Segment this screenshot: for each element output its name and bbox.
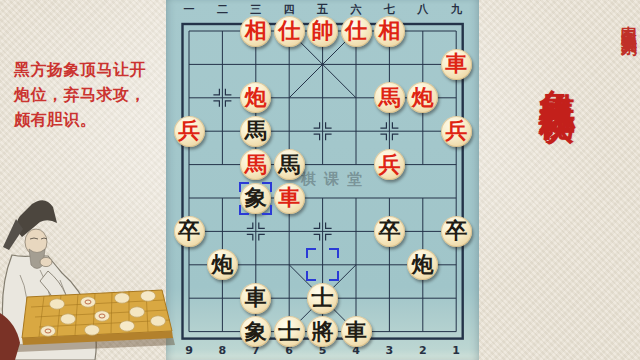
file-label-top: 五 [313,2,333,17]
file-label-bottom: 3 [379,344,399,357]
main-title: 象棋速胜秘诀 [536,60,578,310]
move-to-marker [239,182,272,215]
file-label-top: 九 [446,2,466,17]
file-label-bottom: 9 [179,344,199,357]
red-horse[interactable]: 馬 [240,149,271,180]
series-title: 中国象棋宝典系列 [619,13,639,173]
sage-illustration [0,185,180,360]
black-horse[interactable]: 馬 [240,116,271,147]
black-king[interactable]: 將 [307,316,338,347]
red-cannon[interactable]: 炮 [407,82,438,113]
black-advisor[interactable]: 士 [274,316,305,347]
red-pawn[interactable]: 兵 [174,116,205,147]
red-advisor[interactable]: 仕 [341,16,372,47]
black-pawn[interactable]: 卒 [174,216,205,247]
red-elephant[interactable]: 相 [240,16,271,47]
commentary-text: 黑方扬象顶马让开炮位，弃马求攻，颇有胆识。 [14,57,148,132]
black-rook[interactable]: 車 [240,283,271,314]
file-label-top: 一 [179,2,199,17]
black-cannon[interactable]: 炮 [407,249,438,280]
red-king[interactable]: 帥 [307,16,338,47]
file-label-bottom: 8 [212,344,232,357]
red-rook[interactable]: 車 [441,49,472,80]
red-elephant[interactable]: 相 [374,16,405,47]
file-label-top: 七 [379,2,399,17]
move-from-marker [306,248,339,281]
red-cannon[interactable]: 炮 [240,82,271,113]
file-label-top: 四 [279,2,299,17]
red-advisor[interactable]: 仕 [274,16,305,47]
black-advisor[interactable]: 士 [307,283,338,314]
file-label-bottom: 2 [413,344,433,357]
watermark-text: 棋课堂 [301,170,370,189]
red-rook[interactable]: 車 [274,183,305,214]
red-horse[interactable]: 馬 [374,82,405,113]
file-label-top: 六 [346,2,366,17]
black-rook[interactable]: 車 [341,316,372,347]
black-pawn[interactable]: 卒 [441,216,472,247]
black-cannon[interactable]: 炮 [207,249,238,280]
red-pawn[interactable]: 兵 [441,116,472,147]
file-label-top: 二 [212,2,232,17]
black-pawn[interactable]: 卒 [374,216,405,247]
video-frame: 一二三四五六七八九 987654321 棋课堂 相仕帥仕相車炮馬炮兵馬兵馬馬兵象… [0,0,640,360]
file-label-top: 八 [413,2,433,17]
file-label-top: 三 [246,2,266,17]
file-label-bottom: 1 [446,344,466,357]
black-elephant[interactable]: 象 [240,316,271,347]
black-horse[interactable]: 馬 [274,149,305,180]
red-pawn[interactable]: 兵 [374,149,405,180]
